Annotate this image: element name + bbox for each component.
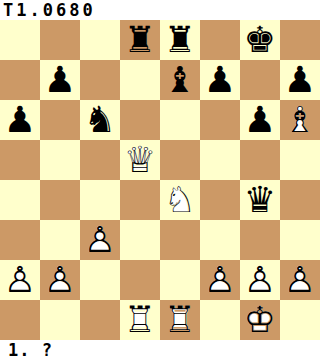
square-d7[interactable] — [120, 60, 160, 100]
white-bishop-piece: ♝♗ — [280, 100, 320, 140]
white-piece-outline: ♖ — [160, 300, 200, 340]
square-c4[interactable] — [80, 180, 120, 220]
square-e8[interactable]: ♜ — [160, 20, 200, 60]
black-pawn-piece: ♟ — [40, 60, 80, 100]
white-pawn-piece: ♟♙ — [0, 260, 40, 300]
square-c1[interactable] — [80, 300, 120, 340]
square-e6[interactable] — [160, 100, 200, 140]
move-prompt-label: 1. ? — [0, 340, 320, 360]
white-pawn-piece: ♟♙ — [240, 260, 280, 300]
square-a4[interactable] — [0, 180, 40, 220]
white-queen-piece: ♛♕ — [120, 140, 160, 180]
white-piece-outline: ♔ — [240, 300, 280, 340]
square-c2[interactable] — [80, 260, 120, 300]
square-f1[interactable] — [200, 300, 240, 340]
black-pawn-piece: ♟ — [240, 100, 280, 140]
square-f4[interactable] — [200, 180, 240, 220]
square-d5[interactable]: ♛♕ — [120, 140, 160, 180]
black-piece-glyph: ♜ — [160, 20, 200, 60]
square-h2[interactable]: ♟♙ — [280, 260, 320, 300]
square-f7[interactable]: ♟ — [200, 60, 240, 100]
white-pawn-piece: ♟♙ — [80, 220, 120, 260]
square-e7[interactable]: ♝ — [160, 60, 200, 100]
black-piece-glyph: ♟ — [280, 60, 320, 100]
square-c8[interactable] — [80, 20, 120, 60]
square-b5[interactable] — [40, 140, 80, 180]
chess-puzzle-window: T1.0680 ♜♜♚♟♝♟♟♟♞♟♝♗♛♕♞♘♛♟♙♟♙♟♙♟♙♟♙♟♙♜♖♜… — [0, 0, 320, 360]
square-h1[interactable] — [280, 300, 320, 340]
puzzle-id-label: T1.0680 — [0, 0, 320, 20]
white-knight-piece: ♞♘ — [160, 180, 200, 220]
square-d4[interactable] — [120, 180, 160, 220]
black-piece-glyph: ♚ — [240, 20, 280, 60]
square-b6[interactable] — [40, 100, 80, 140]
square-a7[interactable] — [0, 60, 40, 100]
square-d8[interactable]: ♜ — [120, 20, 160, 60]
square-e5[interactable] — [160, 140, 200, 180]
white-rook-piece: ♜♖ — [160, 300, 200, 340]
black-rook-piece: ♜ — [160, 20, 200, 60]
square-g1[interactable]: ♚♔ — [240, 300, 280, 340]
white-king-piece: ♚♔ — [240, 300, 280, 340]
square-e3[interactable] — [160, 220, 200, 260]
square-e4[interactable]: ♞♘ — [160, 180, 200, 220]
square-g5[interactable] — [240, 140, 280, 180]
white-piece-outline: ♙ — [240, 260, 280, 300]
square-h5[interactable] — [280, 140, 320, 180]
square-b3[interactable] — [40, 220, 80, 260]
square-d3[interactable] — [120, 220, 160, 260]
square-a2[interactable]: ♟♙ — [0, 260, 40, 300]
square-d1[interactable]: ♜♖ — [120, 300, 160, 340]
black-pawn-piece: ♟ — [280, 60, 320, 100]
black-bishop-piece: ♝ — [160, 60, 200, 100]
black-piece-glyph: ♜ — [120, 20, 160, 60]
square-d6[interactable] — [120, 100, 160, 140]
square-c5[interactable] — [80, 140, 120, 180]
white-pawn-piece: ♟♙ — [200, 260, 240, 300]
square-g8[interactable]: ♚ — [240, 20, 280, 60]
square-g6[interactable]: ♟ — [240, 100, 280, 140]
black-piece-glyph: ♟ — [200, 60, 240, 100]
white-piece-outline: ♘ — [160, 180, 200, 220]
white-piece-outline: ♗ — [280, 100, 320, 140]
square-f5[interactable] — [200, 140, 240, 180]
white-rook-piece: ♜♖ — [120, 300, 160, 340]
square-a3[interactable] — [0, 220, 40, 260]
square-g4[interactable]: ♛ — [240, 180, 280, 220]
square-a1[interactable] — [0, 300, 40, 340]
square-d2[interactable] — [120, 260, 160, 300]
square-g7[interactable] — [240, 60, 280, 100]
black-piece-glyph: ♝ — [160, 60, 200, 100]
square-a5[interactable] — [0, 140, 40, 180]
black-piece-glyph: ♞ — [80, 100, 120, 140]
square-b4[interactable] — [40, 180, 80, 220]
square-c7[interactable] — [80, 60, 120, 100]
square-a8[interactable] — [0, 20, 40, 60]
chess-board: ♜♜♚♟♝♟♟♟♞♟♝♗♛♕♞♘♛♟♙♟♙♟♙♟♙♟♙♟♙♜♖♜♖♚♔ — [0, 20, 320, 340]
square-b1[interactable] — [40, 300, 80, 340]
square-b7[interactable]: ♟ — [40, 60, 80, 100]
square-c6[interactable]: ♞ — [80, 100, 120, 140]
square-g2[interactable]: ♟♙ — [240, 260, 280, 300]
square-g3[interactable] — [240, 220, 280, 260]
black-queen-piece: ♛ — [240, 180, 280, 220]
black-rook-piece: ♜ — [120, 20, 160, 60]
square-h6[interactable]: ♝♗ — [280, 100, 320, 140]
square-h8[interactable] — [280, 20, 320, 60]
square-f2[interactable]: ♟♙ — [200, 260, 240, 300]
square-b2[interactable]: ♟♙ — [40, 260, 80, 300]
square-b8[interactable] — [40, 20, 80, 60]
square-f6[interactable] — [200, 100, 240, 140]
white-piece-outline: ♕ — [120, 140, 160, 180]
white-pawn-piece: ♟♙ — [40, 260, 80, 300]
black-king-piece: ♚ — [240, 20, 280, 60]
square-h7[interactable]: ♟ — [280, 60, 320, 100]
black-piece-glyph: ♟ — [40, 60, 80, 100]
black-pawn-piece: ♟ — [200, 60, 240, 100]
square-f3[interactable] — [200, 220, 240, 260]
square-f8[interactable] — [200, 20, 240, 60]
square-a6[interactable]: ♟ — [0, 100, 40, 140]
white-piece-outline: ♖ — [120, 300, 160, 340]
white-piece-outline: ♙ — [280, 260, 320, 300]
black-pawn-piece: ♟ — [0, 100, 40, 140]
black-piece-glyph: ♛ — [240, 180, 280, 220]
black-piece-glyph: ♟ — [240, 100, 280, 140]
square-e1[interactable]: ♜♖ — [160, 300, 200, 340]
square-e2[interactable] — [160, 260, 200, 300]
white-piece-outline: ♙ — [0, 260, 40, 300]
square-c3[interactable]: ♟♙ — [80, 220, 120, 260]
white-piece-outline: ♙ — [80, 220, 120, 260]
white-piece-outline: ♙ — [40, 260, 80, 300]
white-piece-outline: ♙ — [200, 260, 240, 300]
black-piece-glyph: ♟ — [0, 100, 40, 140]
white-pawn-piece: ♟♙ — [280, 260, 320, 300]
square-h4[interactable] — [280, 180, 320, 220]
square-h3[interactable] — [280, 220, 320, 260]
black-knight-piece: ♞ — [80, 100, 120, 140]
